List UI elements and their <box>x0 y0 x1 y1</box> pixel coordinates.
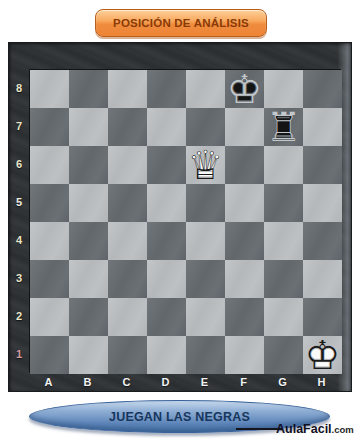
rank-label-6: 6 <box>9 145 29 183</box>
file-label-c: C <box>107 373 146 393</box>
square-g4 <box>264 222 303 260</box>
square-h7 <box>303 108 342 146</box>
square-g2 <box>264 298 303 336</box>
square-a8 <box>30 70 69 108</box>
brand-suffix: .com <box>332 424 354 435</box>
square-f3 <box>225 260 264 298</box>
square-f2 <box>225 298 264 336</box>
square-c7 <box>108 108 147 146</box>
file-label-g: G <box>263 373 302 393</box>
square-h3 <box>303 260 342 298</box>
file-label-f: F <box>224 373 263 393</box>
rank-label-7: 7 <box>9 107 29 145</box>
square-d6 <box>147 146 186 184</box>
brand-link[interactable]: AulaFacil.com <box>276 419 354 437</box>
square-h8 <box>303 70 342 108</box>
square-h5 <box>303 184 342 222</box>
rank-label-5: 5 <box>9 183 29 221</box>
square-a6 <box>30 146 69 184</box>
turn-indicator-label: JUEGAN LAS NEGRAS <box>109 410 250 424</box>
square-e6: ♛♕ <box>186 146 225 184</box>
square-b2 <box>69 298 108 336</box>
square-b8 <box>69 70 108 108</box>
rank-label-8: 8 <box>9 69 29 107</box>
square-g5 <box>264 184 303 222</box>
square-g1 <box>264 336 303 374</box>
square-e2 <box>186 298 225 336</box>
brand-name: AulaFacil <box>276 422 332 436</box>
square-a5 <box>30 184 69 222</box>
square-b7 <box>69 108 108 146</box>
file-label-a: A <box>29 373 68 393</box>
white-king-piece: ♚♔ <box>303 336 342 374</box>
analysis-title-button[interactable]: POSICIÓN DE ANÁLISIS <box>95 9 267 37</box>
square-d3 <box>147 260 186 298</box>
board-grid: ♚♔♜♖♛♕♚♔ <box>29 69 341 373</box>
square-e1 <box>186 336 225 374</box>
square-f4 <box>225 222 264 260</box>
square-g3 <box>264 260 303 298</box>
square-h4 <box>303 222 342 260</box>
square-b5 <box>69 184 108 222</box>
black-rook-glyph-outline: ♖ <box>264 108 303 146</box>
square-a2 <box>30 298 69 336</box>
lesson-canvas: POSICIÓN DE ANÁLISIS 87654321 ♚♔♜♖♛♕♚♔ A… <box>0 0 358 440</box>
square-e7 <box>186 108 225 146</box>
white-king-glyph-outline: ♔ <box>303 336 342 374</box>
chess-board: 87654321 ♚♔♜♖♛♕♚♔ ABCDEFGH <box>8 42 352 392</box>
square-f6 <box>225 146 264 184</box>
square-b1 <box>69 336 108 374</box>
square-h6 <box>303 146 342 184</box>
rank-label-2: 2 <box>9 297 29 335</box>
square-c1 <box>108 336 147 374</box>
square-c4 <box>108 222 147 260</box>
square-c5 <box>108 184 147 222</box>
square-e4 <box>186 222 225 260</box>
square-a1 <box>30 336 69 374</box>
square-b3 <box>69 260 108 298</box>
square-d1 <box>147 336 186 374</box>
black-king-piece: ♚♔ <box>225 70 264 108</box>
square-a7 <box>30 108 69 146</box>
white-queen-piece: ♛♕ <box>186 146 225 184</box>
square-g6 <box>264 146 303 184</box>
file-labels: ABCDEFGH <box>29 373 341 393</box>
square-d5 <box>147 184 186 222</box>
square-e8 <box>186 70 225 108</box>
square-e3 <box>186 260 225 298</box>
square-b4 <box>69 222 108 260</box>
square-f1 <box>225 336 264 374</box>
square-a4 <box>30 222 69 260</box>
square-h2 <box>303 298 342 336</box>
square-d2 <box>147 298 186 336</box>
file-label-b: B <box>68 373 107 393</box>
square-d7 <box>147 108 186 146</box>
square-c3 <box>108 260 147 298</box>
square-f8: ♚♔ <box>225 70 264 108</box>
rank-label-1: 1 <box>9 335 29 373</box>
file-label-d: D <box>146 373 185 393</box>
square-g8 <box>264 70 303 108</box>
square-f7 <box>225 108 264 146</box>
square-e5 <box>186 184 225 222</box>
rank-label-4: 4 <box>9 221 29 259</box>
square-c2 <box>108 298 147 336</box>
analysis-title-label: POSICIÓN DE ANÁLISIS <box>113 17 249 29</box>
square-f5 <box>225 184 264 222</box>
square-b6 <box>69 146 108 184</box>
square-h1: ♚♔ <box>303 336 342 374</box>
square-c6 <box>108 146 147 184</box>
file-label-e: E <box>185 373 224 393</box>
black-rook-piece: ♜♖ <box>264 108 303 146</box>
square-d4 <box>147 222 186 260</box>
rank-labels: 87654321 <box>9 69 29 373</box>
square-d8 <box>147 70 186 108</box>
square-c8 <box>108 70 147 108</box>
white-queen-glyph-outline: ♕ <box>186 146 225 184</box>
black-king-glyph-outline: ♔ <box>225 70 264 108</box>
square-a3 <box>30 260 69 298</box>
file-label-h: H <box>302 373 341 393</box>
square-g7: ♜♖ <box>264 108 303 146</box>
rank-label-3: 3 <box>9 259 29 297</box>
